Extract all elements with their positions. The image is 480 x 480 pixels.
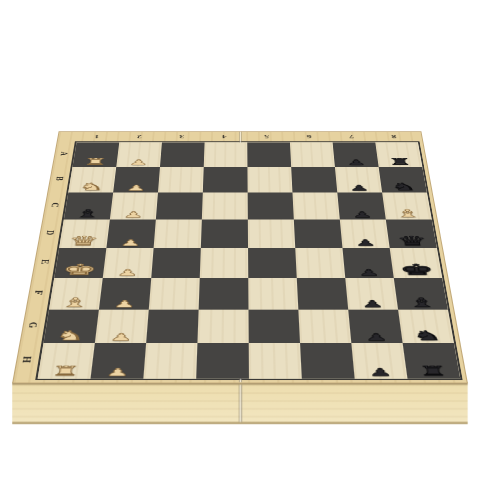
rank-label-text: 1: [94, 134, 99, 140]
square-d5: [248, 220, 295, 248]
piece-white-pawn: ♟: [113, 184, 158, 192]
piece-white-bishop: ♝: [49, 296, 100, 309]
square-f1: ♝: [49, 278, 103, 310]
square-d2: ♟: [106, 220, 155, 248]
square-c1: ♝: [64, 192, 113, 219]
piece-white-knight: ♞: [68, 182, 114, 192]
rank-label-8: 8: [372, 133, 416, 141]
piece-white-pawn: ♟: [106, 239, 154, 248]
square-g7: ♟: [348, 310, 402, 344]
square-c3: [156, 192, 203, 219]
square-b4: [203, 167, 248, 193]
file-label-text: F: [33, 290, 46, 295]
square-f7: ♟: [345, 278, 398, 310]
square-e8: ♚: [390, 248, 443, 278]
piece-black-knight: ♞: [381, 182, 427, 192]
square-d3: [154, 220, 202, 248]
square-d1: ♛: [59, 220, 110, 248]
square-h1: ♜: [38, 343, 95, 379]
file-label-text: E: [39, 259, 52, 264]
piece-white-pawn: ♟: [95, 332, 147, 342]
piece-white-pawn: ♟: [116, 159, 160, 166]
rank-label-2: 2: [118, 133, 161, 141]
file-label-text: C: [49, 202, 61, 207]
piece-white-knight: ♞: [44, 329, 97, 342]
square-h3: [143, 343, 197, 379]
square-e3: [151, 248, 201, 278]
chess-grid: ♜♟♟♜♞♟♟♞♝♟♟♝♛♟♟♛♚♟♟♚♝♟♟♝♞♟♟♞♜♟♟♜: [35, 141, 463, 380]
piece-black-king: ♚: [392, 262, 443, 277]
chess-board: ♜♟♟♜♞♟♟♞♝♟♟♝♛♟♟♛♚♟♟♚♝♟♟♝♞♟♟♞♜♟♟♜ ABCDEFG…: [12, 131, 468, 383]
square-e5: [248, 248, 297, 278]
square-g8: ♞: [398, 310, 454, 344]
square-c7: ♟: [337, 192, 386, 219]
rank-label-text: 7: [349, 134, 354, 140]
piece-black-rook: ♜: [406, 365, 461, 378]
square-h7: ♟: [351, 343, 407, 379]
square-c2: ♟: [110, 192, 158, 219]
square-g5: [248, 310, 300, 344]
rank-label-7: 7: [330, 133, 373, 141]
square-h8: ♜: [403, 343, 461, 379]
piece-black-pawn: ♟: [344, 268, 393, 277]
square-b8: ♞: [379, 167, 427, 193]
piece-white-pawn: ♟: [110, 211, 157, 219]
square-c4: [202, 192, 248, 219]
square-a8: ♜: [375, 142, 422, 166]
piece-black-bishop: ♝: [64, 208, 111, 219]
square-a5: [247, 142, 291, 166]
piece-white-king: ♚: [54, 262, 104, 277]
square-c5: [248, 192, 294, 219]
piece-black-pawn: ♟: [350, 332, 402, 342]
piece-black-pawn: ♟: [354, 367, 408, 378]
square-b5: [247, 167, 292, 193]
square-h5: [249, 343, 302, 379]
file-label-text: H: [21, 356, 35, 362]
rank-label-text: 5: [264, 134, 269, 140]
piece-black-pawn: ♟: [339, 211, 386, 219]
board-fold-seam-side: [239, 385, 242, 422]
square-b6: [291, 167, 337, 193]
piece-white-rook: ♜: [73, 157, 118, 166]
piece-black-bishop: ♝: [396, 296, 448, 309]
rank-label-text: 6: [307, 134, 312, 140]
file-label-text: B: [54, 176, 66, 180]
square-a6: [290, 142, 335, 166]
rank-label-6: 6: [288, 133, 331, 141]
rank-label-1: 1: [75, 133, 119, 141]
piece-white-queen: ♛: [59, 234, 108, 247]
square-b1: ♞: [68, 167, 116, 193]
rank-label-text: 3: [179, 134, 184, 140]
square-f2: ♟: [99, 278, 151, 310]
square-f5: [248, 278, 298, 310]
square-b7: ♟: [335, 167, 382, 193]
rank-label-4: 4: [203, 133, 246, 141]
file-label-text: A: [58, 151, 70, 155]
square-e1: ♚: [54, 248, 106, 278]
square-h2: ♟: [91, 343, 147, 379]
piece-white-rook: ♜: [38, 365, 92, 378]
square-d8: ♛: [386, 220, 437, 248]
piece-white-pawn: ♟: [91, 367, 145, 378]
square-c8: ♝: [382, 192, 432, 219]
square-h6: [300, 343, 355, 379]
piece-black-pawn: ♟: [334, 159, 378, 166]
square-d6: [294, 220, 343, 248]
square-a2: ♟: [116, 142, 162, 166]
rank-label-text: 8: [391, 134, 396, 140]
file-label-text: G: [27, 322, 41, 328]
piece-black-pawn: ♟: [337, 184, 383, 192]
square-a4: [204, 142, 248, 166]
square-f3: [149, 278, 200, 310]
piece-white-pawn: ♟: [99, 299, 150, 309]
file-label-text: D: [44, 230, 57, 235]
square-g1: ♞: [44, 310, 99, 344]
board-front-side: [12, 383, 468, 425]
square-b3: [158, 167, 204, 193]
square-g2: ♟: [95, 310, 149, 344]
product-photo-scene: ♜♟♟♜♞♟♟♞♝♟♟♝♛♟♟♛♚♟♟♚♝♟♟♝♞♟♟♞♜♟♟♜ ABCDEFG…: [0, 0, 480, 480]
rank-label-3: 3: [160, 133, 203, 141]
piece-white-pawn: ♟: [103, 268, 152, 277]
square-f8: ♝: [394, 278, 448, 310]
square-g6: [298, 310, 351, 344]
square-f6: [297, 278, 348, 310]
square-b2: ♟: [113, 167, 160, 193]
piece-black-pawn: ♟: [342, 239, 390, 248]
square-a1: ♜: [73, 142, 120, 166]
square-c6: [292, 192, 339, 219]
square-a3: [160, 142, 205, 166]
rank-label-text: 2: [137, 134, 142, 140]
piece-black-pawn: ♟: [347, 299, 398, 309]
piece-black-queen: ♛: [388, 234, 437, 247]
square-g3: [146, 310, 198, 344]
square-e6: [295, 248, 345, 278]
rank-label-5: 5: [245, 133, 288, 141]
square-a7: ♟: [333, 142, 379, 166]
piece-black-knight: ♞: [401, 329, 454, 342]
piece-white-bishop: ♝: [384, 208, 431, 219]
piece-black-rook: ♜: [377, 157, 422, 166]
square-e2: ♟: [103, 248, 154, 278]
square-d7: ♟: [340, 220, 390, 248]
square-e7: ♟: [342, 248, 393, 278]
rank-label-text: 4: [222, 134, 227, 140]
